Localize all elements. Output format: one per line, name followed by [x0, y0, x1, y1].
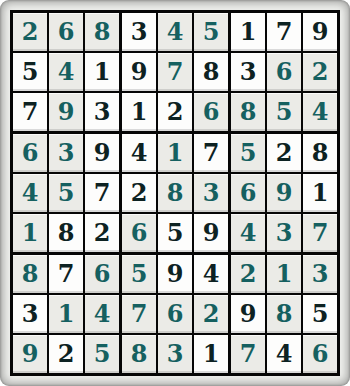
- cell-r4c3[interactable]: 9: [85, 134, 119, 172]
- cell-r2c9[interactable]: 2: [303, 53, 337, 91]
- cell-r6c7[interactable]: 4: [231, 214, 265, 252]
- cell-r9c7[interactable]: 7: [231, 335, 265, 373]
- cell-r6c1[interactable]: 1: [13, 214, 47, 252]
- cell-r3c8[interactable]: 5: [267, 93, 301, 131]
- box-6: 528691437: [231, 134, 337, 252]
- cell-r4c4[interactable]: 4: [122, 134, 156, 172]
- cell-r8c8[interactable]: 8: [267, 295, 301, 333]
- box-7: 876314925: [13, 255, 119, 373]
- cell-r9c1[interactable]: 9: [13, 335, 47, 373]
- sudoku-board: 2685417933459781261793628546394571824172…: [10, 10, 340, 376]
- cell-r6c9[interactable]: 7: [303, 214, 337, 252]
- cell-r1c6[interactable]: 5: [194, 13, 228, 51]
- cell-r7c8[interactable]: 1: [267, 255, 301, 293]
- box-5: 417283659: [122, 134, 228, 252]
- box-3: 179362854: [231, 13, 337, 131]
- cell-r2c3[interactable]: 1: [85, 53, 119, 91]
- cell-r5c1[interactable]: 4: [13, 174, 47, 212]
- cell-r4c9[interactable]: 8: [303, 134, 337, 172]
- cell-r8c7[interactable]: 9: [231, 295, 265, 333]
- cell-r9c6[interactable]: 1: [194, 335, 228, 373]
- cell-r1c9[interactable]: 9: [303, 13, 337, 51]
- cell-r7c2[interactable]: 7: [49, 255, 83, 293]
- cell-r3c9[interactable]: 4: [303, 93, 337, 131]
- box-2: 345978126: [122, 13, 228, 131]
- cell-r4c6[interactable]: 7: [194, 134, 228, 172]
- cell-r2c8[interactable]: 6: [267, 53, 301, 91]
- cell-r8c4[interactable]: 7: [122, 295, 156, 333]
- cell-r5c7[interactable]: 6: [231, 174, 265, 212]
- cell-r6c6[interactable]: 9: [194, 214, 228, 252]
- cell-r3c3[interactable]: 3: [85, 93, 119, 131]
- cell-r5c5[interactable]: 8: [158, 174, 192, 212]
- cell-r9c4[interactable]: 8: [122, 335, 156, 373]
- cell-r5c9[interactable]: 1: [303, 174, 337, 212]
- box-1: 268541793: [13, 13, 119, 131]
- cell-r6c5[interactable]: 5: [158, 214, 192, 252]
- cell-r8c1[interactable]: 3: [13, 295, 47, 333]
- cell-r8c5[interactable]: 6: [158, 295, 192, 333]
- cell-r3c4[interactable]: 1: [122, 93, 156, 131]
- cell-r2c7[interactable]: 3: [231, 53, 265, 91]
- cell-r5c4[interactable]: 2: [122, 174, 156, 212]
- cell-r9c9[interactable]: 6: [303, 335, 337, 373]
- box-8: 594762831: [122, 255, 228, 373]
- cell-r9c2[interactable]: 2: [49, 335, 83, 373]
- cell-r1c5[interactable]: 4: [158, 13, 192, 51]
- cell-r4c1[interactable]: 6: [13, 134, 47, 172]
- cell-r8c6[interactable]: 2: [194, 295, 228, 333]
- cell-r8c3[interactable]: 4: [85, 295, 119, 333]
- cell-r6c3[interactable]: 2: [85, 214, 119, 252]
- cell-r3c7[interactable]: 8: [231, 93, 265, 131]
- puzzle-frame: 2685417933459781261793628546394571824172…: [0, 0, 350, 386]
- cell-r6c4[interactable]: 6: [122, 214, 156, 252]
- cell-r6c8[interactable]: 3: [267, 214, 301, 252]
- cell-r1c4[interactable]: 3: [122, 13, 156, 51]
- cell-r7c6[interactable]: 4: [194, 255, 228, 293]
- cell-r2c5[interactable]: 7: [158, 53, 192, 91]
- cell-r2c4[interactable]: 9: [122, 53, 156, 91]
- cell-r7c7[interactable]: 2: [231, 255, 265, 293]
- cell-r7c4[interactable]: 5: [122, 255, 156, 293]
- cell-r4c7[interactable]: 5: [231, 134, 265, 172]
- cell-r5c8[interactable]: 9: [267, 174, 301, 212]
- cell-r8c9[interactable]: 5: [303, 295, 337, 333]
- cell-r7c5[interactable]: 9: [158, 255, 192, 293]
- cell-r9c5[interactable]: 3: [158, 335, 192, 373]
- cell-r3c6[interactable]: 6: [194, 93, 228, 131]
- cell-r4c5[interactable]: 1: [158, 134, 192, 172]
- cell-r8c2[interactable]: 1: [49, 295, 83, 333]
- cell-r9c8[interactable]: 4: [267, 335, 301, 373]
- cell-r1c8[interactable]: 7: [267, 13, 301, 51]
- cell-r3c2[interactable]: 9: [49, 93, 83, 131]
- cell-r2c6[interactable]: 8: [194, 53, 228, 91]
- cell-r6c2[interactable]: 8: [49, 214, 83, 252]
- cell-r1c3[interactable]: 8: [85, 13, 119, 51]
- cell-r7c1[interactable]: 8: [13, 255, 47, 293]
- cell-r5c3[interactable]: 7: [85, 174, 119, 212]
- cell-r5c6[interactable]: 3: [194, 174, 228, 212]
- cell-r7c9[interactable]: 3: [303, 255, 337, 293]
- cell-r3c1[interactable]: 7: [13, 93, 47, 131]
- cell-r4c8[interactable]: 2: [267, 134, 301, 172]
- cell-r3c5[interactable]: 2: [158, 93, 192, 131]
- cell-r2c2[interactable]: 4: [49, 53, 83, 91]
- cell-r1c2[interactable]: 6: [49, 13, 83, 51]
- cell-r4c2[interactable]: 3: [49, 134, 83, 172]
- box-4: 639457182: [13, 134, 119, 252]
- cell-r9c3[interactable]: 5: [85, 335, 119, 373]
- cell-r1c7[interactable]: 1: [231, 13, 265, 51]
- cell-r1c1[interactable]: 2: [13, 13, 47, 51]
- cell-r7c3[interactable]: 6: [85, 255, 119, 293]
- box-9: 213985746: [231, 255, 337, 373]
- cell-r5c2[interactable]: 5: [49, 174, 83, 212]
- cell-r2c1[interactable]: 5: [13, 53, 47, 91]
